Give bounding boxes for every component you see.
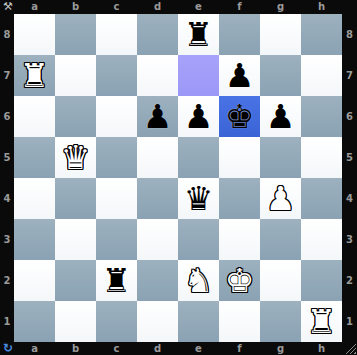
piece-white-king[interactable]: ♚: [225, 260, 255, 301]
file-label-h: h: [301, 0, 342, 14]
file-labels-top: abcdefgh: [14, 0, 342, 14]
rank-label-7: 7: [0, 55, 14, 96]
square-g4[interactable]: ♟: [260, 178, 301, 219]
file-label-g: g: [260, 342, 301, 355]
board: ♜♜♟♟♟♚♟♛♛♟♜♞♚♜: [14, 14, 342, 342]
chess-board-widget: ⚒ ↻ abcdefgh abcdefgh 87654321 87654321 …: [0, 0, 357, 355]
file-labels-bottom: abcdefgh: [14, 342, 342, 355]
piece-black-pawn[interactable]: ♟: [143, 96, 173, 137]
file-label-a: a: [14, 342, 55, 355]
square-c1[interactable]: [96, 301, 137, 342]
square-c3[interactable]: [96, 219, 137, 260]
square-e6[interactable]: ♟: [178, 96, 219, 137]
square-b2[interactable]: [55, 260, 96, 301]
square-a3[interactable]: [14, 219, 55, 260]
square-f4[interactable]: [219, 178, 260, 219]
resize-gripper-icon[interactable]: [345, 343, 356, 354]
square-g3[interactable]: [260, 219, 301, 260]
square-g5[interactable]: [260, 137, 301, 178]
rank-label-8: 8: [342, 14, 357, 55]
square-b4[interactable]: [55, 178, 96, 219]
tools-icon[interactable]: ⚒: [1, 0, 15, 14]
square-c7[interactable]: [96, 55, 137, 96]
square-a1[interactable]: [14, 301, 55, 342]
piece-black-king[interactable]: ♚: [225, 96, 255, 137]
piece-black-pawn[interactable]: ♟: [225, 55, 255, 96]
piece-white-queen[interactable]: ♛: [61, 137, 91, 178]
piece-black-pawn[interactable]: ♟: [184, 96, 214, 137]
file-label-f: f: [219, 0, 260, 14]
file-label-c: c: [96, 342, 137, 355]
square-f7[interactable]: ♟: [219, 55, 260, 96]
square-b8[interactable]: [55, 14, 96, 55]
rank-label-2: 2: [342, 260, 357, 301]
square-a2[interactable]: [14, 260, 55, 301]
rank-label-4: 4: [0, 178, 14, 219]
square-b7[interactable]: [55, 55, 96, 96]
rank-label-6: 6: [0, 96, 14, 137]
rank-label-3: 3: [342, 219, 357, 260]
square-e5[interactable]: [178, 137, 219, 178]
square-f3[interactable]: [219, 219, 260, 260]
square-d6[interactable]: ♟: [137, 96, 178, 137]
file-label-f: f: [219, 342, 260, 355]
square-c5[interactable]: [96, 137, 137, 178]
file-label-e: e: [178, 0, 219, 14]
square-c2[interactable]: ♜: [96, 260, 137, 301]
square-c4[interactable]: [96, 178, 137, 219]
rank-label-3: 3: [0, 219, 14, 260]
square-f1[interactable]: [219, 301, 260, 342]
rank-label-6: 6: [342, 96, 357, 137]
square-a5[interactable]: [14, 137, 55, 178]
square-h6[interactable]: [301, 96, 342, 137]
square-g1[interactable]: [260, 301, 301, 342]
file-label-d: d: [137, 342, 178, 355]
square-e4[interactable]: ♛: [178, 178, 219, 219]
square-b3[interactable]: [55, 219, 96, 260]
square-f5[interactable]: [219, 137, 260, 178]
square-d4[interactable]: [137, 178, 178, 219]
file-label-h: h: [301, 342, 342, 355]
square-h4[interactable]: [301, 178, 342, 219]
square-d2[interactable]: [137, 260, 178, 301]
square-f8[interactable]: [219, 14, 260, 55]
file-label-a: a: [14, 0, 55, 14]
square-h5[interactable]: [301, 137, 342, 178]
file-label-g: g: [260, 0, 301, 14]
square-d7[interactable]: [137, 55, 178, 96]
flip-board-icon[interactable]: ↻: [1, 341, 15, 355]
rank-labels-right: 87654321: [342, 14, 357, 342]
piece-black-rook[interactable]: ♜: [102, 260, 132, 301]
square-f6[interactable]: ♚: [219, 96, 260, 137]
piece-white-rook[interactable]: ♜: [307, 301, 337, 342]
square-g6[interactable]: ♟: [260, 96, 301, 137]
square-g8[interactable]: [260, 14, 301, 55]
square-g7[interactable]: [260, 55, 301, 96]
square-d1[interactable]: [137, 301, 178, 342]
square-b5[interactable]: ♛: [55, 137, 96, 178]
square-h3[interactable]: [301, 219, 342, 260]
square-e7[interactable]: [178, 55, 219, 96]
square-d8[interactable]: [137, 14, 178, 55]
square-e3[interactable]: [178, 219, 219, 260]
file-label-b: b: [55, 0, 96, 14]
file-label-b: b: [55, 342, 96, 355]
square-a7[interactable]: ♜: [14, 55, 55, 96]
square-d3[interactable]: [137, 219, 178, 260]
square-e1[interactable]: [178, 301, 219, 342]
rank-label-8: 8: [0, 14, 14, 55]
rank-label-5: 5: [342, 137, 357, 178]
square-a8[interactable]: [14, 14, 55, 55]
piece-black-pawn[interactable]: ♟: [266, 96, 296, 137]
piece-black-rook[interactable]: ♜: [184, 14, 214, 55]
rank-label-4: 4: [342, 178, 357, 219]
square-f2[interactable]: ♚: [219, 260, 260, 301]
square-h7[interactable]: [301, 55, 342, 96]
rank-label-2: 2: [0, 260, 14, 301]
rank-label-7: 7: [342, 55, 357, 96]
square-b6[interactable]: [55, 96, 96, 137]
rank-labels-left: 87654321: [0, 14, 14, 342]
square-b1[interactable]: [55, 301, 96, 342]
piece-white-knight[interactable]: ♞: [184, 260, 214, 301]
square-h1[interactable]: ♜: [301, 301, 342, 342]
square-a6[interactable]: [14, 96, 55, 137]
rank-label-5: 5: [0, 137, 14, 178]
square-a4[interactable]: [14, 178, 55, 219]
square-g2[interactable]: [260, 260, 301, 301]
file-label-d: d: [137, 0, 178, 14]
piece-white-rook[interactable]: ♜: [20, 55, 50, 96]
file-label-c: c: [96, 0, 137, 14]
square-h2[interactable]: [301, 260, 342, 301]
square-c6[interactable]: [96, 96, 137, 137]
square-d5[interactable]: [137, 137, 178, 178]
piece-black-queen[interactable]: ♛: [184, 178, 214, 219]
square-c8[interactable]: [96, 14, 137, 55]
square-e8[interactable]: ♜: [178, 14, 219, 55]
rank-label-1: 1: [0, 301, 14, 342]
square-e2[interactable]: ♞: [178, 260, 219, 301]
file-label-e: e: [178, 342, 219, 355]
square-h8[interactable]: [301, 14, 342, 55]
piece-white-pawn[interactable]: ♟: [266, 178, 296, 219]
rank-label-1: 1: [342, 301, 357, 342]
